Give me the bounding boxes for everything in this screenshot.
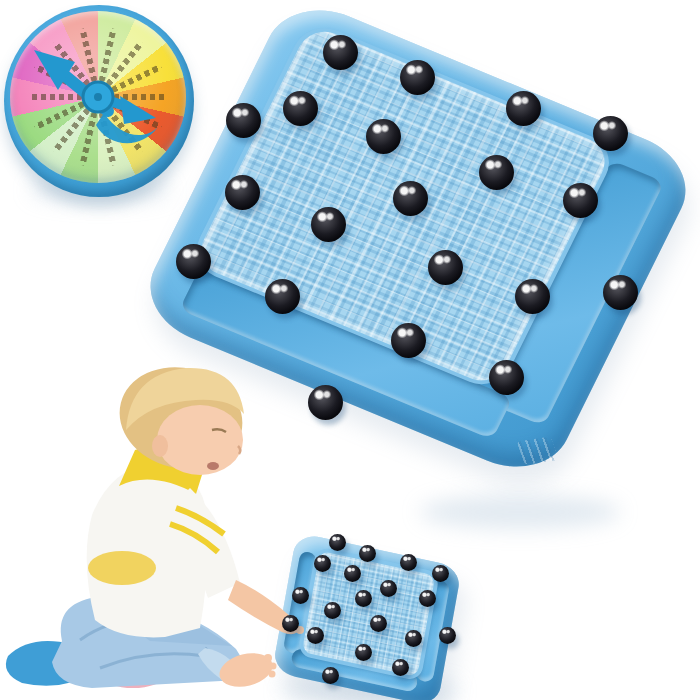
magnetic-ball[interactable] [307, 627, 324, 644]
magnetic-ball[interactable] [292, 587, 309, 604]
magnetic-ball[interactable] [323, 35, 358, 70]
spinner-wheel[interactable] [4, 5, 194, 197]
magnetic-ball[interactable] [355, 644, 372, 661]
magnetic-ball[interactable] [400, 60, 435, 95]
magnetic-ball[interactable] [439, 627, 456, 644]
magnetic-ball[interactable] [322, 667, 339, 684]
magnetic-ball[interactable] [324, 602, 341, 619]
magnetic-ball[interactable] [344, 565, 361, 582]
magnetic-ball[interactable] [359, 545, 376, 562]
magnetic-ball[interactable] [176, 244, 211, 279]
magnetic-ball[interactable] [593, 116, 628, 151]
magnetic-ball[interactable] [428, 250, 463, 285]
magnetic-ball[interactable] [366, 119, 401, 154]
magnetic-ball[interactable] [419, 590, 436, 607]
magnetic-ball[interactable] [226, 103, 261, 138]
magnetic-ball[interactable] [405, 630, 422, 647]
magnetic-ball[interactable] [329, 534, 346, 551]
magnetic-ball[interactable] [282, 615, 299, 632]
magnetic-ball[interactable] [265, 279, 300, 314]
magnetic-ball[interactable] [283, 91, 318, 126]
magnetic-ball[interactable] [506, 91, 541, 126]
magnetic-ball[interactable] [380, 580, 397, 597]
magnetic-ball[interactable] [515, 279, 550, 314]
magnetic-ball[interactable] [563, 183, 598, 218]
magnetic-ball[interactable] [489, 360, 524, 395]
magnetic-ball[interactable] [314, 555, 331, 572]
magnetic-ball[interactable] [391, 323, 426, 358]
magnetic-ball[interactable] [355, 590, 372, 607]
magnetic-ball[interactable] [479, 155, 514, 190]
magnetic-ball[interactable] [392, 659, 409, 676]
spinner-arrow-icon[interactable] [10, 11, 186, 183]
magnetic-ball[interactable] [225, 175, 260, 210]
magnetic-ball[interactable] [311, 207, 346, 242]
product-photo-scene [0, 0, 700, 700]
spinner-overlay [10, 11, 186, 183]
magnetic-ball[interactable] [393, 181, 428, 216]
magnetic-ball[interactable] [432, 565, 449, 582]
magnetic-ball[interactable] [603, 275, 638, 310]
magnetic-ball[interactable] [400, 554, 417, 571]
magnetic-ball[interactable] [308, 385, 343, 420]
magnetic-ball[interactable] [370, 615, 387, 632]
